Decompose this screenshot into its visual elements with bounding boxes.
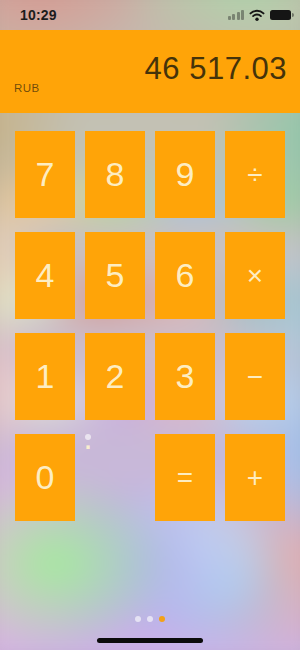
status-icons [228, 9, 292, 21]
page-dot-3-active[interactable] [159, 616, 165, 622]
page-dot-2[interactable] [147, 616, 153, 622]
wifi-icon [249, 9, 265, 21]
key-plus[interactable]: + [225, 434, 285, 521]
currency-label[interactable]: RUB [14, 82, 40, 94]
key-decimal[interactable]: . [85, 434, 91, 440]
display-value: 46 517.03 [145, 51, 287, 87]
key-3[interactable]: 3 [155, 333, 215, 420]
cellular-signal-icon [228, 10, 245, 20]
battery-icon [270, 10, 291, 21]
key-multiply[interactable]: × [225, 232, 285, 319]
key-4[interactable]: 4 [15, 232, 75, 319]
key-2[interactable]: 2 [85, 333, 145, 420]
key-0[interactable]: 0 [15, 434, 75, 521]
key-9[interactable]: 9 [155, 131, 215, 218]
home-indicator[interactable] [97, 638, 203, 643]
key-7[interactable]: 7 [15, 131, 75, 218]
page-indicator [0, 616, 300, 622]
key-5[interactable]: 5 [85, 232, 145, 319]
page-dot-1[interactable] [135, 616, 141, 622]
key-divide[interactable]: ÷ [225, 131, 285, 218]
key-equals[interactable]: = [155, 434, 215, 521]
status-bar: 10:29 [0, 0, 300, 30]
key-6[interactable]: 6 [155, 232, 215, 319]
status-time: 10:29 [20, 7, 57, 23]
key-minus[interactable]: − [225, 333, 285, 420]
key-8[interactable]: 8 [85, 131, 145, 218]
key-1[interactable]: 1 [15, 333, 75, 420]
calculator-display-panel: 46 517.03 RUB [0, 30, 300, 113]
phone-screen: 10:29 46 517.03 RUB 7 8 9 ÷ 4 5 6 × 1 2 … [0, 0, 300, 650]
keypad: 7 8 9 ÷ 4 5 6 × 1 2 3 − 0 . = + [15, 131, 285, 521]
